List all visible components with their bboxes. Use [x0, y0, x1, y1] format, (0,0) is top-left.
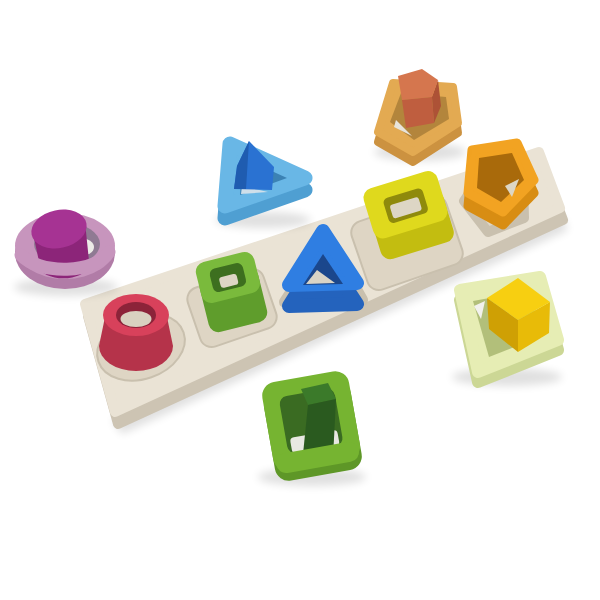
tan-pentagon-frame-piece[interactable]	[374, 69, 466, 162]
see-through	[121, 311, 152, 327]
block-front-face	[402, 97, 434, 128]
scene	[0, 0, 600, 600]
red-circle-frame-piece[interactable]	[99, 294, 173, 371]
sky-triangle-frame-piece[interactable]	[215, 141, 311, 228]
puzzle-scene	[0, 0, 600, 600]
block-top-face	[398, 69, 438, 100]
pink-circle-frame-piece[interactable]	[14, 205, 118, 296]
pale-green-square-frame-piece[interactable]	[452, 277, 562, 386]
green-rectangle-frame-bottom-piece[interactable]	[258, 369, 366, 486]
